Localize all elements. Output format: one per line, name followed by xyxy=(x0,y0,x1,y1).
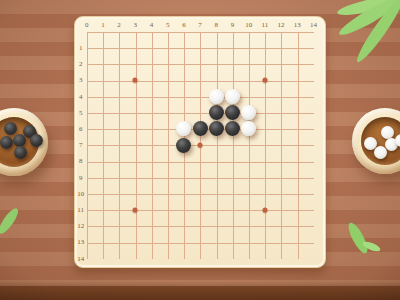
intersection-10-14[interactable] xyxy=(240,250,256,266)
intersection-11-14[interactable] xyxy=(257,250,273,266)
intersection-0-2[interactable] xyxy=(79,56,95,72)
intersection-9-10[interactable] xyxy=(224,185,240,201)
intersection-11-7[interactable] xyxy=(257,137,273,153)
intersection-4-0[interactable] xyxy=(143,24,159,40)
table-front-edge xyxy=(0,286,400,300)
intersection-5-1[interactable] xyxy=(160,40,176,56)
intersection-11-3[interactable] xyxy=(257,72,273,88)
intersection-8-5[interactable] xyxy=(208,105,224,121)
intersection-13-3[interactable] xyxy=(289,72,305,88)
intersection-6-9[interactable] xyxy=(176,169,192,185)
intersection-1-4[interactable] xyxy=(95,88,111,104)
intersection-13-7[interactable] xyxy=(289,137,305,153)
intersection-8-6[interactable] xyxy=(208,121,224,137)
intersection-5-6[interactable] xyxy=(160,121,176,137)
intersection-12-0[interactable] xyxy=(273,24,289,40)
intersection-0-8[interactable] xyxy=(79,153,95,169)
intersection-1-3[interactable] xyxy=(95,72,111,88)
intersection-7-6[interactable] xyxy=(192,121,208,137)
intersection-10-6[interactable] xyxy=(240,121,256,137)
intersection-9-3[interactable] xyxy=(224,72,240,88)
intersection-9-8[interactable] xyxy=(224,153,240,169)
intersection-3-7[interactable] xyxy=(127,137,143,153)
white-stone xyxy=(176,121,191,136)
intersection-3-3[interactable] xyxy=(127,72,143,88)
intersection-10-9[interactable] xyxy=(240,169,256,185)
intersection-1-1[interactable] xyxy=(95,40,111,56)
intersection-13-4[interactable] xyxy=(289,88,305,104)
intersection-4-10[interactable] xyxy=(143,185,159,201)
intersection-6-12[interactable] xyxy=(176,218,192,234)
intersection-13-10[interactable] xyxy=(289,185,305,201)
intersection-3-9[interactable] xyxy=(127,169,143,185)
black-stone xyxy=(225,121,240,136)
intersection-10-4[interactable] xyxy=(240,88,256,104)
black-stone xyxy=(176,138,191,153)
intersection-2-6[interactable] xyxy=(111,121,127,137)
black-stone xyxy=(209,105,224,120)
intersection-0-6[interactable] xyxy=(79,121,95,137)
black-stone xyxy=(209,121,224,136)
intersection-2-1[interactable] xyxy=(111,40,127,56)
intersection-8-14[interactable] xyxy=(208,250,224,266)
intersection-12-2[interactable] xyxy=(273,56,289,72)
intersection-9-0[interactable] xyxy=(224,24,240,40)
intersection-1-14[interactable] xyxy=(95,250,111,266)
intersection-5-5[interactable] xyxy=(160,105,176,121)
intersection-7-14[interactable] xyxy=(192,250,208,266)
intersection-9-2[interactable] xyxy=(224,56,240,72)
intersection-13-8[interactable] xyxy=(289,153,305,169)
intersection-6-4[interactable] xyxy=(176,88,192,104)
intersection-8-1[interactable] xyxy=(208,40,224,56)
bowl-black-stone xyxy=(30,134,43,147)
board-grid xyxy=(79,24,322,267)
go-board-panel: 01234567891011121314 1234567891011121314 xyxy=(74,16,326,268)
intersection-10-7[interactable] xyxy=(240,137,256,153)
intersection-0-7[interactable] xyxy=(79,137,95,153)
intersection-3-1[interactable] xyxy=(127,40,143,56)
white-stone xyxy=(225,89,240,104)
intersection-8-12[interactable] xyxy=(208,218,224,234)
intersection-6-2[interactable] xyxy=(176,56,192,72)
intersection-8-4[interactable] xyxy=(208,88,224,104)
sprout-bottom-right-icon xyxy=(345,220,385,260)
intersection-9-9[interactable] xyxy=(224,169,240,185)
intersection-2-8[interactable] xyxy=(111,153,127,169)
intersection-3-12[interactable] xyxy=(127,218,143,234)
intersection-11-10[interactable] xyxy=(257,185,273,201)
intersection-11-2[interactable] xyxy=(257,56,273,72)
intersection-5-2[interactable] xyxy=(160,56,176,72)
white-stone xyxy=(241,105,256,120)
intersection-11-5[interactable] xyxy=(257,105,273,121)
intersection-3-14[interactable] xyxy=(127,250,143,266)
intersection-0-9[interactable] xyxy=(79,169,95,185)
white-stone xyxy=(209,89,224,104)
intersection-5-14[interactable] xyxy=(160,250,176,266)
intersection-4-13[interactable] xyxy=(143,234,159,250)
intersection-7-13[interactable] xyxy=(192,234,208,250)
intersection-12-10[interactable] xyxy=(273,185,289,201)
intersection-11-1[interactable] xyxy=(257,40,273,56)
intersection-10-0[interactable] xyxy=(240,24,256,40)
intersection-0-3[interactable] xyxy=(79,72,95,88)
intersection-10-1[interactable] xyxy=(240,40,256,56)
intersection-4-11[interactable] xyxy=(143,202,159,218)
intersection-2-4[interactable] xyxy=(111,88,127,104)
intersection-12-13[interactable] xyxy=(273,234,289,250)
intersection-1-6[interactable] xyxy=(95,121,111,137)
intersection-5-4[interactable] xyxy=(160,88,176,104)
intersection-7-5[interactable] xyxy=(192,105,208,121)
intersection-8-11[interactable] xyxy=(208,202,224,218)
intersection-6-6[interactable] xyxy=(176,121,192,137)
intersection-0-14[interactable] xyxy=(79,250,95,266)
intersection-3-2[interactable] xyxy=(127,56,143,72)
intersection-13-5[interactable] xyxy=(289,105,305,121)
table-scene: 01234567891011121314 1234567891011121314 xyxy=(0,0,400,300)
intersection-14-2[interactable] xyxy=(305,56,321,72)
intersection-11-0[interactable] xyxy=(257,24,273,40)
intersection-10-8[interactable] xyxy=(240,153,256,169)
intersection-14-3[interactable] xyxy=(305,72,321,88)
intersection-2-5[interactable] xyxy=(111,105,127,121)
intersection-3-8[interactable] xyxy=(127,153,143,169)
intersection-10-2[interactable] xyxy=(240,56,256,72)
intersection-9-14[interactable] xyxy=(224,250,240,266)
intersection-2-12[interactable] xyxy=(111,218,127,234)
intersection-1-13[interactable] xyxy=(95,234,111,250)
intersection-1-8[interactable] xyxy=(95,153,111,169)
intersection-14-11[interactable] xyxy=(305,202,321,218)
intersection-10-10[interactable] xyxy=(240,185,256,201)
intersection-13-2[interactable] xyxy=(289,56,305,72)
intersection-3-5[interactable] xyxy=(127,105,143,121)
intersection-14-13[interactable] xyxy=(305,234,321,250)
intersection-0-1[interactable] xyxy=(79,40,95,56)
intersection-14-1[interactable] xyxy=(305,40,321,56)
bowl-white-stone xyxy=(381,126,394,139)
intersection-12-3[interactable] xyxy=(273,72,289,88)
intersection-1-11[interactable] xyxy=(95,202,111,218)
intersection-8-3[interactable] xyxy=(208,72,224,88)
intersection-6-14[interactable] xyxy=(176,250,192,266)
intersection-5-10[interactable] xyxy=(160,185,176,201)
intersection-12-7[interactable] xyxy=(273,137,289,153)
intersection-8-7[interactable] xyxy=(208,137,224,153)
intersection-14-5[interactable] xyxy=(305,105,321,121)
black-stone xyxy=(225,105,240,120)
bowl-white-stone xyxy=(374,146,387,159)
intersection-3-13[interactable] xyxy=(127,234,143,250)
intersection-11-11[interactable] xyxy=(257,202,273,218)
intersection-14-0[interactable] xyxy=(305,24,321,40)
intersection-3-4[interactable] xyxy=(127,88,143,104)
intersection-5-13[interactable] xyxy=(160,234,176,250)
intersection-10-12[interactable] xyxy=(240,218,256,234)
intersection-13-14[interactable] xyxy=(289,250,305,266)
intersection-1-9[interactable] xyxy=(95,169,111,185)
intersection-1-2[interactable] xyxy=(95,56,111,72)
intersection-14-14[interactable] xyxy=(305,250,321,266)
intersection-10-11[interactable] xyxy=(240,202,256,218)
intersection-9-6[interactable] xyxy=(224,121,240,137)
intersection-6-10[interactable] xyxy=(176,185,192,201)
intersection-3-11[interactable] xyxy=(127,202,143,218)
intersection-3-6[interactable] xyxy=(127,121,143,137)
black-stone xyxy=(193,121,208,136)
intersection-0-4[interactable] xyxy=(79,88,95,104)
intersection-5-12[interactable] xyxy=(160,218,176,234)
intersection-12-5[interactable] xyxy=(273,105,289,121)
intersection-7-7[interactable] xyxy=(192,137,208,153)
intersection-1-12[interactable] xyxy=(95,218,111,234)
intersection-2-11[interactable] xyxy=(111,202,127,218)
intersection-1-7[interactable] xyxy=(95,137,111,153)
intersection-9-4[interactable] xyxy=(224,88,240,104)
intersection-13-9[interactable] xyxy=(289,169,305,185)
intersection-2-14[interactable] xyxy=(111,250,127,266)
intersection-14-7[interactable] xyxy=(305,137,321,153)
intersection-6-3[interactable] xyxy=(176,72,192,88)
intersection-13-12[interactable] xyxy=(289,218,305,234)
intersection-1-0[interactable] xyxy=(95,24,111,40)
intersection-2-10[interactable] xyxy=(111,185,127,201)
intersection-3-10[interactable] xyxy=(127,185,143,201)
intersection-11-8[interactable] xyxy=(257,153,273,169)
intersection-12-4[interactable] xyxy=(273,88,289,104)
intersection-14-9[interactable] xyxy=(305,169,321,185)
intersection-0-11[interactable] xyxy=(79,202,95,218)
white-stone-bowl xyxy=(352,108,400,174)
intersection-7-2[interactable] xyxy=(192,56,208,72)
intersection-4-1[interactable] xyxy=(143,40,159,56)
intersection-7-8[interactable] xyxy=(192,153,208,169)
intersection-9-1[interactable] xyxy=(224,40,240,56)
intersection-6-7[interactable] xyxy=(176,137,192,153)
intersection-12-14[interactable] xyxy=(273,250,289,266)
bowl-black-stone xyxy=(14,146,27,159)
intersection-11-13[interactable] xyxy=(257,234,273,250)
bowl-black-stone xyxy=(4,122,17,135)
intersection-6-8[interactable] xyxy=(176,153,192,169)
intersection-7-3[interactable] xyxy=(192,72,208,88)
intersection-4-3[interactable] xyxy=(143,72,159,88)
intersection-13-13[interactable] xyxy=(289,234,305,250)
intersection-12-9[interactable] xyxy=(273,169,289,185)
intersection-0-12[interactable] xyxy=(79,218,95,234)
intersection-2-2[interactable] xyxy=(111,56,127,72)
intersection-8-9[interactable] xyxy=(208,169,224,185)
intersection-6-1[interactable] xyxy=(176,40,192,56)
intersection-5-3[interactable] xyxy=(160,72,176,88)
bamboo-leaves-top-right-icon xyxy=(320,0,400,75)
intersection-2-9[interactable] xyxy=(111,169,127,185)
intersection-4-4[interactable] xyxy=(143,88,159,104)
intersection-13-0[interactable] xyxy=(289,24,305,40)
intersection-13-1[interactable] xyxy=(289,40,305,56)
intersection-2-0[interactable] xyxy=(111,24,127,40)
intersection-4-5[interactable] xyxy=(143,105,159,121)
white-stone xyxy=(241,121,256,136)
intersection-10-13[interactable] xyxy=(240,234,256,250)
intersection-6-13[interactable] xyxy=(176,234,192,250)
intersection-0-5[interactable] xyxy=(79,105,95,121)
intersection-5-7[interactable] xyxy=(160,137,176,153)
intersection-12-1[interactable] xyxy=(273,40,289,56)
intersection-7-11[interactable] xyxy=(192,202,208,218)
black-stone-bowl xyxy=(0,108,48,176)
intersection-3-0[interactable] xyxy=(127,24,143,40)
intersection-6-5[interactable] xyxy=(176,105,192,121)
intersection-8-8[interactable] xyxy=(208,153,224,169)
intersection-12-12[interactable] xyxy=(273,218,289,234)
intersection-14-10[interactable] xyxy=(305,185,321,201)
intersection-9-5[interactable] xyxy=(224,105,240,121)
intersection-4-8[interactable] xyxy=(143,153,159,169)
intersection-11-4[interactable] xyxy=(257,88,273,104)
intersection-14-12[interactable] xyxy=(305,218,321,234)
intersection-7-10[interactable] xyxy=(192,185,208,201)
leaf-bottom-left-icon xyxy=(0,205,26,240)
intersection-7-12[interactable] xyxy=(192,218,208,234)
intersection-0-10[interactable] xyxy=(79,185,95,201)
intersection-5-8[interactable] xyxy=(160,153,176,169)
intersection-14-8[interactable] xyxy=(305,153,321,169)
intersection-6-0[interactable] xyxy=(176,24,192,40)
intersection-7-1[interactable] xyxy=(192,40,208,56)
intersection-1-5[interactable] xyxy=(95,105,111,121)
intersection-2-7[interactable] xyxy=(111,137,127,153)
intersection-1-10[interactable] xyxy=(95,185,111,201)
intersection-4-2[interactable] xyxy=(143,56,159,72)
intersection-8-2[interactable] xyxy=(208,56,224,72)
intersection-4-14[interactable] xyxy=(143,250,159,266)
intersection-4-7[interactable] xyxy=(143,137,159,153)
intersection-8-10[interactable] xyxy=(208,185,224,201)
intersection-10-3[interactable] xyxy=(240,72,256,88)
intersection-5-9[interactable] xyxy=(160,169,176,185)
intersection-9-7[interactable] xyxy=(224,137,240,153)
intersection-9-13[interactable] xyxy=(224,234,240,250)
intersection-4-9[interactable] xyxy=(143,169,159,185)
intersection-5-0[interactable] xyxy=(160,24,176,40)
intersection-0-13[interactable] xyxy=(79,234,95,250)
intersection-8-0[interactable] xyxy=(208,24,224,40)
intersection-11-12[interactable] xyxy=(257,218,273,234)
intersection-8-13[interactable] xyxy=(208,234,224,250)
intersection-6-11[interactable] xyxy=(176,202,192,218)
intersection-11-9[interactable] xyxy=(257,169,273,185)
intersection-7-9[interactable] xyxy=(192,169,208,185)
intersection-12-6[interactable] xyxy=(273,121,289,137)
intersection-2-13[interactable] xyxy=(111,234,127,250)
intersection-9-11[interactable] xyxy=(224,202,240,218)
intersection-12-11[interactable] xyxy=(273,202,289,218)
intersection-7-0[interactable] xyxy=(192,24,208,40)
intersection-2-3[interactable] xyxy=(111,72,127,88)
intersection-5-11[interactable] xyxy=(160,202,176,218)
intersection-12-8[interactable] xyxy=(273,153,289,169)
intersection-7-4[interactable] xyxy=(192,88,208,104)
intersection-14-4[interactable] xyxy=(305,88,321,104)
intersection-4-12[interactable] xyxy=(143,218,159,234)
intersection-10-5[interactable] xyxy=(240,105,256,121)
intersection-0-0[interactable] xyxy=(79,24,95,40)
intersection-13-11[interactable] xyxy=(289,202,305,218)
intersection-13-6[interactable] xyxy=(289,121,305,137)
intersection-4-6[interactable] xyxy=(143,121,159,137)
intersection-14-6[interactable] xyxy=(305,121,321,137)
intersection-9-12[interactable] xyxy=(224,218,240,234)
intersection-11-6[interactable] xyxy=(257,121,273,137)
